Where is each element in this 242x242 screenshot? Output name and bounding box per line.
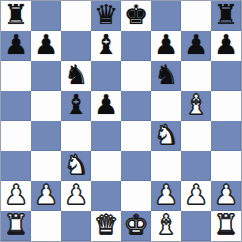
black-rook-a8[interactable]: ♜ — [4, 1, 28, 30]
square-f6[interactable]: ♞ — [151, 61, 181, 91]
square-b2[interactable]: ♟ — [31, 181, 61, 211]
square-d7[interactable]: ♝ — [91, 31, 121, 61]
square-c4[interactable] — [61, 121, 91, 151]
square-h5[interactable] — [211, 91, 241, 121]
square-g1[interactable] — [181, 211, 211, 241]
square-f8[interactable] — [151, 1, 181, 31]
black-king-e8[interactable]: ♚ — [124, 1, 148, 30]
white-pawn-h2[interactable]: ♟ — [214, 181, 238, 210]
square-a5[interactable] — [1, 91, 31, 121]
white-pawn-g2[interactable]: ♟ — [184, 181, 208, 210]
black-knight-c6[interactable]: ♞ — [64, 61, 88, 90]
square-f4[interactable]: ♞ — [151, 121, 181, 151]
square-a2[interactable]: ♟ — [1, 181, 31, 211]
square-c5[interactable]: ♝ — [61, 91, 91, 121]
square-g3[interactable] — [181, 151, 211, 181]
white-knight-c3[interactable]: ♞ — [64, 151, 88, 180]
square-b8[interactable] — [31, 1, 61, 31]
square-f1[interactable]: ♝ — [151, 211, 181, 241]
square-g4[interactable] — [181, 121, 211, 151]
square-e4[interactable] — [121, 121, 151, 151]
square-h4[interactable] — [211, 121, 241, 151]
square-a6[interactable] — [1, 61, 31, 91]
black-pawn-a7[interactable]: ♟ — [4, 31, 28, 60]
square-e3[interactable] — [121, 151, 151, 181]
white-pawn-c2[interactable]: ♟ — [64, 181, 88, 210]
square-h2[interactable]: ♟ — [211, 181, 241, 211]
square-g6[interactable] — [181, 61, 211, 91]
white-rook-h1[interactable]: ♜ — [214, 211, 238, 240]
white-bishop-f1[interactable]: ♝ — [154, 211, 178, 240]
white-knight-f4[interactable]: ♞ — [154, 121, 178, 150]
square-d6[interactable] — [91, 61, 121, 91]
square-c2[interactable]: ♟ — [61, 181, 91, 211]
black-queen-d8[interactable]: ♛ — [94, 1, 118, 30]
square-g7[interactable]: ♟ — [181, 31, 211, 61]
square-f7[interactable]: ♟ — [151, 31, 181, 61]
square-h7[interactable]: ♟ — [211, 31, 241, 61]
white-pawn-b2[interactable]: ♟ — [34, 181, 58, 210]
square-a7[interactable]: ♟ — [1, 31, 31, 61]
square-a1[interactable]: ♜ — [1, 211, 31, 241]
square-b5[interactable] — [31, 91, 61, 121]
square-d2[interactable] — [91, 181, 121, 211]
black-pawn-b7[interactable]: ♟ — [34, 31, 58, 60]
square-h1[interactable]: ♜ — [211, 211, 241, 241]
square-d3[interactable] — [91, 151, 121, 181]
white-pawn-a2[interactable]: ♟ — [4, 181, 28, 210]
square-a4[interactable] — [1, 121, 31, 151]
white-bishop-g5[interactable]: ♝ — [184, 91, 208, 120]
square-c7[interactable] — [61, 31, 91, 61]
square-g2[interactable]: ♟ — [181, 181, 211, 211]
black-pawn-h7[interactable]: ♟ — [214, 31, 238, 60]
white-rook-a1[interactable]: ♜ — [4, 211, 28, 240]
square-f3[interactable] — [151, 151, 181, 181]
black-pawn-f7[interactable]: ♟ — [154, 31, 178, 60]
black-pawn-g7[interactable]: ♟ — [184, 31, 208, 60]
black-pawn-d5[interactable]: ♟ — [94, 91, 118, 120]
square-c3[interactable]: ♞ — [61, 151, 91, 181]
chess-board-screenshot: ♜♛♚♜♟♟♝♟♟♟♞♞♝♟♝♞♞♟♟♟♟♟♟♜♛♚♝♜ — [0, 0, 242, 242]
square-f5[interactable] — [151, 91, 181, 121]
square-c8[interactable] — [61, 1, 91, 31]
square-c6[interactable]: ♞ — [61, 61, 91, 91]
black-bishop-c5[interactable]: ♝ — [64, 91, 88, 120]
square-g8[interactable] — [181, 1, 211, 31]
square-a8[interactable]: ♜ — [1, 1, 31, 31]
square-d8[interactable]: ♛ — [91, 1, 121, 31]
square-f2[interactable]: ♟ — [151, 181, 181, 211]
square-b4[interactable] — [31, 121, 61, 151]
square-e8[interactable]: ♚ — [121, 1, 151, 31]
square-a3[interactable] — [1, 151, 31, 181]
square-b3[interactable] — [31, 151, 61, 181]
square-h6[interactable] — [211, 61, 241, 91]
black-knight-f6[interactable]: ♞ — [154, 61, 178, 90]
square-h3[interactable] — [211, 151, 241, 181]
white-queen-d1[interactable]: ♛ — [94, 211, 118, 240]
square-c1[interactable] — [61, 211, 91, 241]
square-b6[interactable] — [31, 61, 61, 91]
chess-board: ♜♛♚♜♟♟♝♟♟♟♞♞♝♟♝♞♞♟♟♟♟♟♟♜♛♚♝♜ — [0, 0, 242, 242]
square-h8[interactable]: ♜ — [211, 1, 241, 31]
square-e6[interactable] — [121, 61, 151, 91]
square-e1[interactable]: ♚ — [121, 211, 151, 241]
square-e2[interactable] — [121, 181, 151, 211]
square-d1[interactable]: ♛ — [91, 211, 121, 241]
black-bishop-d7[interactable]: ♝ — [94, 31, 118, 60]
square-g5[interactable]: ♝ — [181, 91, 211, 121]
square-d5[interactable]: ♟ — [91, 91, 121, 121]
square-d4[interactable] — [91, 121, 121, 151]
black-rook-h8[interactable]: ♜ — [214, 1, 238, 30]
square-e5[interactable] — [121, 91, 151, 121]
square-e7[interactable] — [121, 31, 151, 61]
square-b1[interactable] — [31, 211, 61, 241]
white-pawn-f2[interactable]: ♟ — [154, 181, 178, 210]
white-king-e1[interactable]: ♚ — [124, 211, 148, 240]
square-b7[interactable]: ♟ — [31, 31, 61, 61]
